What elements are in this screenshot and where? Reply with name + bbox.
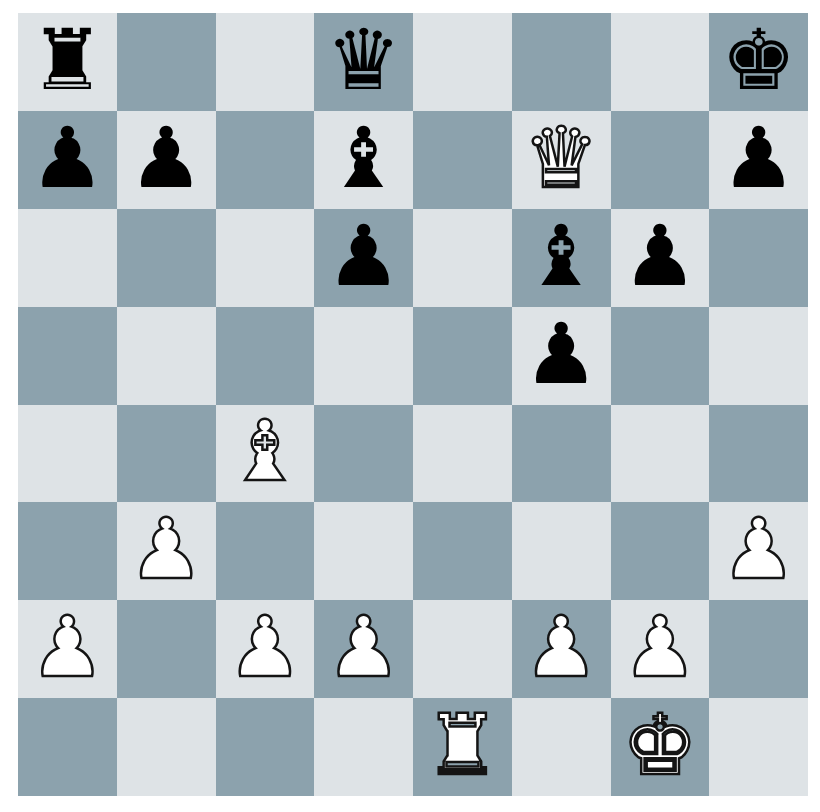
piece-black-bishop[interactable]: ♝ [523, 214, 598, 298]
square-c7[interactable] [216, 111, 315, 209]
chess-board: ♜♛♚♟♟♝♛♟♟♝♟♟♝♟♟♟♟♟♟♟♜♚ [18, 13, 808, 796]
square-h3[interactable]: ♟ [709, 502, 808, 600]
piece-white-rook[interactable]: ♜ [425, 703, 500, 787]
piece-white-pawn[interactable]: ♟ [721, 507, 796, 591]
square-h8[interactable]: ♚ [709, 13, 808, 111]
piece-white-pawn[interactable]: ♟ [326, 605, 401, 689]
piece-white-pawn[interactable]: ♟ [128, 507, 203, 591]
square-c5[interactable] [216, 307, 315, 405]
square-e2[interactable] [413, 600, 512, 698]
square-a4[interactable] [18, 405, 117, 503]
square-e1[interactable]: ♜ [413, 698, 512, 796]
square-b4[interactable] [117, 405, 216, 503]
square-h4[interactable] [709, 405, 808, 503]
square-d3[interactable] [314, 502, 413, 600]
square-c8[interactable] [216, 13, 315, 111]
square-g7[interactable] [611, 111, 710, 209]
square-c2[interactable]: ♟ [216, 600, 315, 698]
square-h7[interactable]: ♟ [709, 111, 808, 209]
square-d8[interactable]: ♛ [314, 13, 413, 111]
square-b7[interactable]: ♟ [117, 111, 216, 209]
piece-white-pawn[interactable]: ♟ [523, 605, 598, 689]
page: ♜♛♚♟♟♝♛♟♟♝♟♟♝♟♟♟♟♟♟♟♜♚ [0, 0, 820, 812]
square-c6[interactable] [216, 209, 315, 307]
piece-black-king[interactable]: ♚ [721, 18, 796, 102]
square-e6[interactable] [413, 209, 512, 307]
square-f8[interactable] [512, 13, 611, 111]
square-a1[interactable] [18, 698, 117, 796]
square-a8[interactable]: ♜ [18, 13, 117, 111]
piece-black-queen[interactable]: ♛ [326, 18, 401, 102]
square-a2[interactable]: ♟ [18, 600, 117, 698]
piece-black-pawn[interactable]: ♟ [30, 116, 105, 200]
piece-black-pawn[interactable]: ♟ [721, 116, 796, 200]
piece-black-pawn[interactable]: ♟ [128, 116, 203, 200]
square-b2[interactable] [117, 600, 216, 698]
square-d7[interactable]: ♝ [314, 111, 413, 209]
square-e8[interactable] [413, 13, 512, 111]
square-d2[interactable]: ♟ [314, 600, 413, 698]
square-d4[interactable] [314, 405, 413, 503]
piece-black-pawn[interactable]: ♟ [523, 312, 598, 396]
square-g1[interactable]: ♚ [611, 698, 710, 796]
square-c1[interactable] [216, 698, 315, 796]
square-g2[interactable]: ♟ [611, 600, 710, 698]
square-g8[interactable] [611, 13, 710, 111]
square-e3[interactable] [413, 502, 512, 600]
square-h2[interactable] [709, 600, 808, 698]
square-f5[interactable]: ♟ [512, 307, 611, 405]
square-g4[interactable] [611, 405, 710, 503]
square-f7[interactable]: ♛ [512, 111, 611, 209]
piece-black-rook[interactable]: ♜ [30, 18, 105, 102]
square-c4[interactable]: ♝ [216, 405, 315, 503]
square-b5[interactable] [117, 307, 216, 405]
square-f1[interactable] [512, 698, 611, 796]
piece-white-king[interactable]: ♚ [622, 703, 697, 787]
square-h1[interactable] [709, 698, 808, 796]
square-b3[interactable]: ♟ [117, 502, 216, 600]
square-g3[interactable] [611, 502, 710, 600]
square-e4[interactable] [413, 405, 512, 503]
square-e7[interactable] [413, 111, 512, 209]
piece-white-pawn[interactable]: ♟ [30, 605, 105, 689]
square-g6[interactable]: ♟ [611, 209, 710, 307]
square-d6[interactable]: ♟ [314, 209, 413, 307]
piece-white-pawn[interactable]: ♟ [227, 605, 302, 689]
piece-white-bishop[interactable]: ♝ [227, 409, 302, 493]
piece-black-pawn[interactable]: ♟ [622, 214, 697, 298]
square-b8[interactable] [117, 13, 216, 111]
square-a7[interactable]: ♟ [18, 111, 117, 209]
square-h5[interactable] [709, 307, 808, 405]
square-h6[interactable] [709, 209, 808, 307]
piece-black-bishop[interactable]: ♝ [326, 116, 401, 200]
square-a5[interactable] [18, 307, 117, 405]
square-f2[interactable]: ♟ [512, 600, 611, 698]
square-a3[interactable] [18, 502, 117, 600]
piece-white-queen[interactable]: ♛ [523, 116, 598, 200]
square-f3[interactable] [512, 502, 611, 600]
square-b1[interactable] [117, 698, 216, 796]
square-f6[interactable]: ♝ [512, 209, 611, 307]
square-f4[interactable] [512, 405, 611, 503]
square-g5[interactable] [611, 307, 710, 405]
piece-white-pawn[interactable]: ♟ [622, 605, 697, 689]
square-e5[interactable] [413, 307, 512, 405]
square-d5[interactable] [314, 307, 413, 405]
piece-black-pawn[interactable]: ♟ [326, 214, 401, 298]
square-a6[interactable] [18, 209, 117, 307]
square-c3[interactable] [216, 502, 315, 600]
square-b6[interactable] [117, 209, 216, 307]
square-d1[interactable] [314, 698, 413, 796]
